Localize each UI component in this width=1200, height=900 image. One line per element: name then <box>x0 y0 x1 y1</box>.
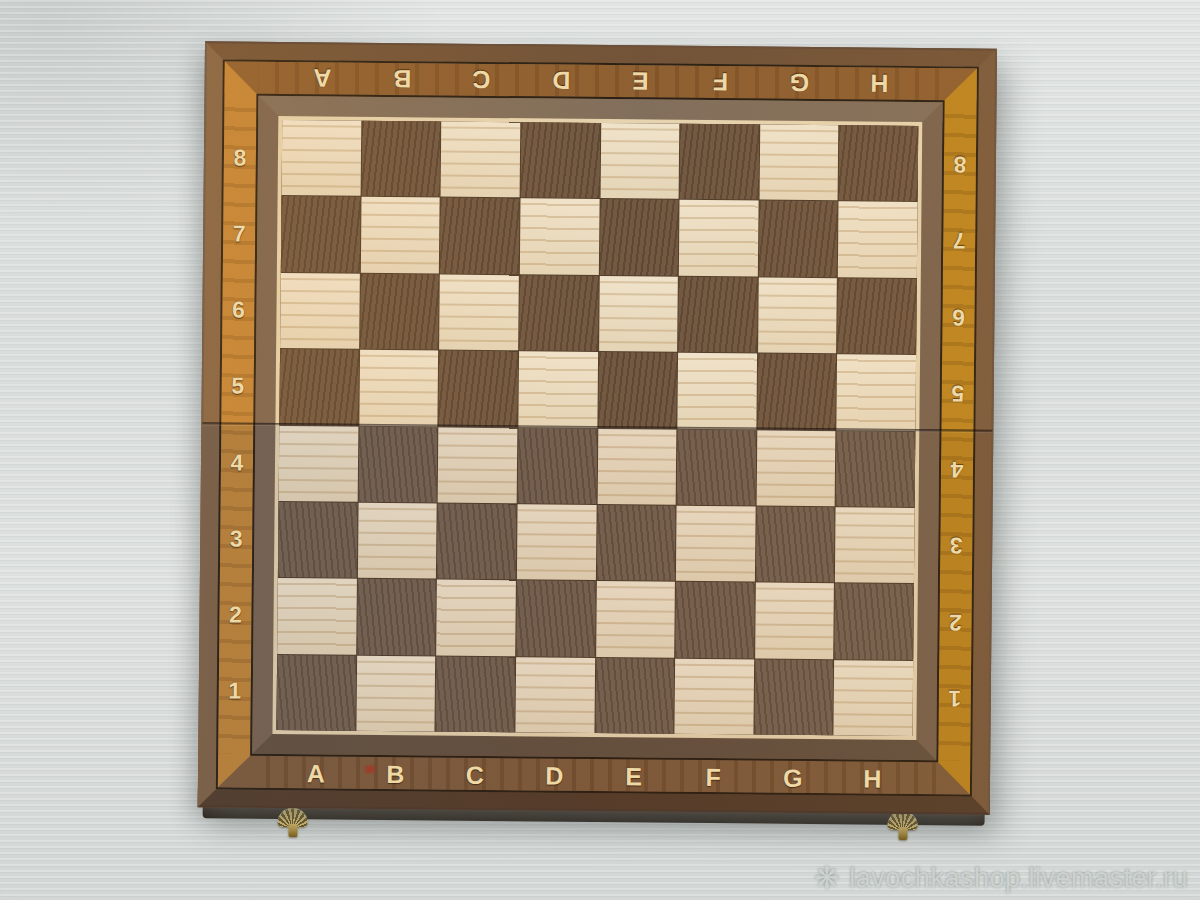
square-a8 <box>282 120 361 196</box>
file-bottom-e: E <box>594 759 674 794</box>
square-a5 <box>279 349 358 425</box>
square-b4 <box>358 426 437 502</box>
file-bottom-d: D <box>514 758 594 793</box>
rank-labels-left: 87654321 <box>217 119 257 729</box>
square-h6 <box>837 278 916 354</box>
square-e4 <box>597 429 676 505</box>
file-bottom-f: F <box>673 760 753 795</box>
square-b2 <box>357 579 436 655</box>
square-g6 <box>758 277 837 353</box>
file-top-f: F <box>680 65 760 100</box>
file-bottom-h: H <box>832 761 912 796</box>
square-d4 <box>518 428 597 504</box>
rank-right-1: 1 <box>937 660 972 737</box>
square-a3 <box>278 502 357 578</box>
square-b7 <box>360 197 439 273</box>
square-f8 <box>680 124 759 200</box>
square-f4 <box>677 429 756 505</box>
square-g4 <box>756 430 835 506</box>
file-top-c: C <box>442 62 522 97</box>
square-e3 <box>596 505 675 581</box>
photo-background: ABCDEFGH ABCDEFGH 87654321 87654321 ❋ la… <box>0 0 1200 900</box>
file-top-h: H <box>839 66 919 101</box>
square-g7 <box>759 201 838 277</box>
file-top-a: A <box>283 61 363 96</box>
square-c2 <box>436 580 515 656</box>
rank-labels-right: 87654321 <box>937 126 977 736</box>
rank-right-5: 5 <box>940 355 975 432</box>
square-a1 <box>276 655 355 731</box>
file-bottom-a: A <box>276 756 356 791</box>
square-d8 <box>520 122 599 198</box>
square-d7 <box>520 199 599 275</box>
rank-left-8: 8 <box>223 119 258 196</box>
rank-left-6: 6 <box>221 272 256 349</box>
rank-right-6: 6 <box>941 279 976 356</box>
file-labels-bottom: ABCDEFGH <box>276 756 912 796</box>
square-f6 <box>678 277 757 353</box>
square-c8 <box>441 121 520 197</box>
brass-latch-right <box>887 811 917 840</box>
square-b3 <box>358 503 437 579</box>
file-bottom-g: G <box>753 761 833 796</box>
rank-right-8: 8 <box>943 126 978 203</box>
board-wrap: ABCDEFGH ABCDEFGH 87654321 87654321 <box>197 41 997 839</box>
chess-board: ABCDEFGH ABCDEFGH 87654321 87654321 <box>198 41 997 815</box>
file-top-d: D <box>521 63 601 98</box>
square-f7 <box>679 200 758 276</box>
square-g2 <box>755 583 834 659</box>
square-g5 <box>757 354 836 430</box>
square-d3 <box>517 504 596 580</box>
rank-left-7: 7 <box>222 196 257 273</box>
rank-left-5: 5 <box>220 348 255 425</box>
square-h8 <box>839 125 918 201</box>
square-a4 <box>279 425 358 501</box>
square-c3 <box>437 503 516 579</box>
square-h1 <box>834 660 913 736</box>
square-e5 <box>598 352 677 428</box>
square-d1 <box>515 657 594 733</box>
square-e2 <box>596 581 675 657</box>
square-h4 <box>836 431 915 507</box>
square-g8 <box>759 125 838 201</box>
square-f3 <box>676 506 755 582</box>
latch-pin <box>288 824 297 837</box>
square-b8 <box>361 121 440 197</box>
square-d6 <box>519 275 598 351</box>
square-d5 <box>518 351 597 427</box>
file-top-g: G <box>760 66 840 101</box>
file-bottom-c: C <box>435 757 515 792</box>
square-e6 <box>599 276 678 352</box>
square-b6 <box>360 273 439 349</box>
rank-right-7: 7 <box>942 203 977 280</box>
latch-pin <box>898 827 907 840</box>
square-f1 <box>675 658 754 734</box>
file-labels-top: ABCDEFGH <box>283 61 919 101</box>
board-field <box>276 120 918 736</box>
square-a7 <box>281 196 360 272</box>
square-h7 <box>838 202 917 278</box>
square-a2 <box>277 578 356 654</box>
square-a6 <box>280 273 359 349</box>
square-h3 <box>835 507 914 583</box>
square-h5 <box>837 354 916 430</box>
square-c1 <box>436 656 515 732</box>
square-b1 <box>356 655 435 731</box>
square-e1 <box>595 658 674 734</box>
shop-watermark: ❋ lavochkashop.livemaster.ru <box>814 861 1188 895</box>
square-g3 <box>756 506 835 582</box>
square-e7 <box>599 199 678 275</box>
rank-left-3: 3 <box>219 501 254 578</box>
square-c6 <box>439 274 518 350</box>
square-e8 <box>600 123 679 199</box>
brass-latch-left <box>277 808 307 837</box>
square-c5 <box>439 351 518 427</box>
square-g1 <box>754 659 833 735</box>
square-c4 <box>438 427 517 503</box>
square-b5 <box>359 350 438 426</box>
rosette-snowflake-ornament-icon: ❋ <box>814 863 839 893</box>
rank-right-2: 2 <box>938 584 973 661</box>
rank-left-1: 1 <box>217 653 252 730</box>
square-f5 <box>677 353 756 429</box>
square-d2 <box>516 580 595 656</box>
file-top-e: E <box>601 64 681 99</box>
file-top-b: B <box>362 62 442 97</box>
rank-right-4: 4 <box>940 431 975 508</box>
square-f2 <box>675 582 754 658</box>
square-c7 <box>440 198 519 274</box>
rank-right-3: 3 <box>939 508 974 585</box>
red-stamp <box>364 764 377 774</box>
square-h2 <box>835 584 914 660</box>
rank-left-2: 2 <box>218 577 253 654</box>
watermark-text: lavochkashop.livemaster.ru <box>849 863 1188 894</box>
rank-left-4: 4 <box>220 424 255 501</box>
